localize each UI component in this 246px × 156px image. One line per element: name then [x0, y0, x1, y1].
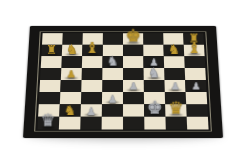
square-g2[interactable]: ♛: [165, 104, 187, 116]
square-h7[interactable]: ♝: [184, 45, 205, 57]
square-e6[interactable]: [123, 56, 144, 68]
square-e3[interactable]: [123, 92, 144, 104]
product-photo-scene: ♚♜♜♞♝♞♝♞♟♟♞♟♟♟♟♞♟♚♛♛: [0, 0, 246, 156]
square-b4[interactable]: [60, 80, 81, 92]
square-b5[interactable]: ♟: [61, 68, 82, 80]
piece-gold-bishop-c7[interactable]: ♝: [86, 41, 100, 56]
chess-board-wrap: ♚♜♜♞♝♞♝♞♟♟♞♟♟♟♟♞♟♚♛♛: [23, 26, 223, 138]
square-b1[interactable]: [59, 117, 81, 130]
piece-silver-knight-f5[interactable]: ♞: [148, 66, 160, 79]
square-f1[interactable]: [144, 117, 166, 130]
piece-gold-knight-b7[interactable]: ♞: [66, 43, 78, 56]
piece-silver-knight-d6[interactable]: ♞: [107, 55, 119, 68]
square-d3[interactable]: ♟: [102, 92, 123, 104]
square-b2[interactable]: ♞: [59, 104, 81, 116]
piece-silver-pawn-h4[interactable]: ♟: [191, 82, 200, 92]
square-h2[interactable]: [186, 104, 208, 116]
square-h3[interactable]: [186, 92, 208, 104]
piece-gold-knight-b2[interactable]: ♞: [64, 103, 76, 117]
square-f4[interactable]: [144, 80, 165, 92]
square-c7[interactable]: ♝: [82, 45, 103, 57]
chess-board-grid: ♚♜♜♞♝♞♝♞♟♟♞♟♟♟♟♞♟♚♛♛: [37, 33, 208, 129]
square-a3[interactable]: [39, 92, 61, 104]
square-g6[interactable]: [164, 56, 185, 68]
square-c3[interactable]: [81, 92, 102, 104]
square-c2[interactable]: ♟: [81, 104, 102, 116]
piece-silver-pawn-d3[interactable]: ♟: [108, 94, 117, 105]
square-c4[interactable]: [81, 80, 102, 92]
square-g7[interactable]: ♞: [164, 45, 185, 57]
square-e4[interactable]: ♟: [123, 80, 144, 92]
square-a6[interactable]: [41, 56, 62, 68]
piece-gold-king-e8[interactable]: ♚: [125, 27, 140, 44]
square-d1[interactable]: [102, 117, 123, 130]
square-b7[interactable]: ♞: [62, 45, 83, 57]
square-c6[interactable]: [82, 56, 103, 68]
piece-gold-queen-g2[interactable]: ♛: [168, 100, 183, 117]
square-h6[interactable]: [184, 56, 205, 68]
square-e2[interactable]: [123, 104, 144, 116]
square-e1[interactable]: [123, 117, 144, 130]
square-g1[interactable]: [165, 117, 187, 130]
square-f2[interactable]: ♚: [144, 104, 165, 116]
piece-silver-queen-a1[interactable]: ♛: [40, 112, 55, 129]
square-e7[interactable]: [123, 45, 143, 57]
square-d2[interactable]: [102, 104, 123, 116]
square-e5[interactable]: [123, 68, 144, 80]
square-h5[interactable]: [185, 68, 206, 80]
piece-silver-king-f2[interactable]: ♚: [147, 99, 163, 117]
square-f7[interactable]: [143, 45, 164, 57]
square-a5[interactable]: [40, 68, 61, 80]
square-e8[interactable]: ♚: [123, 33, 143, 44]
square-a4[interactable]: [39, 80, 60, 92]
piece-silver-pawn-c2[interactable]: ♟: [86, 106, 96, 117]
square-h1[interactable]: [187, 117, 209, 130]
square-d5[interactable]: [102, 68, 123, 80]
piece-gold-pawn-b5[interactable]: ♟: [67, 70, 76, 80]
square-f5[interactable]: ♞: [144, 68, 165, 80]
square-d6[interactable]: ♞: [102, 56, 123, 68]
piece-gold-rook-a7[interactable]: ♜: [46, 44, 57, 56]
square-g5[interactable]: [164, 68, 185, 80]
square-g4[interactable]: ♟: [164, 80, 185, 92]
square-c5[interactable]: [82, 68, 103, 80]
square-a7[interactable]: ♜: [41, 45, 62, 57]
piece-silver-pawn-g4[interactable]: ♟: [171, 82, 180, 92]
chess-board-frame: ♚♜♜♞♝♞♝♞♟♟♞♟♟♟♟♞♟♚♛♛: [23, 26, 223, 138]
square-h4[interactable]: ♟: [185, 80, 206, 92]
square-a1[interactable]: ♛: [37, 117, 59, 130]
square-b6[interactable]: [61, 56, 82, 68]
square-d8[interactable]: [103, 33, 123, 44]
piece-silver-pawn-e4[interactable]: ♟: [129, 82, 138, 92]
square-c1[interactable]: [80, 117, 102, 130]
square-f8[interactable]: [143, 33, 163, 44]
square-d4[interactable]: [102, 80, 123, 92]
piece-gold-bishop-h7[interactable]: ♝: [188, 41, 202, 56]
piece-gold-knight-g7[interactable]: ♞: [168, 43, 180, 56]
